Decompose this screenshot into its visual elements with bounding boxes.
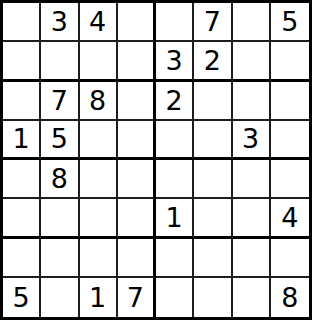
cell-r4c7-given[interactable]: 3 [233, 121, 271, 160]
cell-r2c8-empty[interactable] [271, 42, 309, 81]
cell-r7c5-empty[interactable] [156, 239, 194, 278]
cell-r4c5-empty[interactable] [156, 121, 194, 160]
cell-r8c7-empty[interactable] [233, 278, 271, 317]
sudoku-board: 3475327821538145178 [0, 0, 312, 320]
cell-r7c1-empty[interactable] [3, 239, 41, 278]
cell-r3c6-empty[interactable] [194, 82, 232, 121]
cell-r2c4-empty[interactable] [118, 42, 156, 81]
cell-r5c7-empty[interactable] [233, 160, 271, 199]
cell-r8c2-empty[interactable] [41, 278, 79, 317]
cell-r8c4-given[interactable]: 7 [118, 278, 156, 317]
cell-r6c8-given[interactable]: 4 [271, 199, 309, 238]
cell-r5c5-empty[interactable] [156, 160, 194, 199]
cell-r3c2-given[interactable]: 7 [41, 82, 79, 121]
cell-r7c7-empty[interactable] [233, 239, 271, 278]
cell-r5c6-empty[interactable] [194, 160, 232, 199]
cell-r1c2-given[interactable]: 3 [41, 3, 79, 42]
cell-r8c1-given[interactable]: 5 [3, 278, 41, 317]
cell-r6c1-empty[interactable] [3, 199, 41, 238]
cell-r2c6-given[interactable]: 2 [194, 42, 232, 81]
cell-r8c6-empty[interactable] [194, 278, 232, 317]
cell-r6c6-empty[interactable] [194, 199, 232, 238]
cell-r4c8-empty[interactable] [271, 121, 309, 160]
cell-r8c5-empty[interactable] [156, 278, 194, 317]
cell-r8c3-given[interactable]: 1 [80, 278, 118, 317]
cell-r6c7-empty[interactable] [233, 199, 271, 238]
cell-r6c3-empty[interactable] [80, 199, 118, 238]
cell-r6c5-given[interactable]: 1 [156, 199, 194, 238]
cell-r4c2-given[interactable]: 5 [41, 121, 79, 160]
cell-r6c4-empty[interactable] [118, 199, 156, 238]
cell-r7c6-empty[interactable] [194, 239, 232, 278]
cell-r5c1-empty[interactable] [3, 160, 41, 199]
cell-r1c7-empty[interactable] [233, 3, 271, 42]
cell-r4c3-empty[interactable] [80, 121, 118, 160]
cell-r2c1-empty[interactable] [3, 42, 41, 81]
cell-r4c6-empty[interactable] [194, 121, 232, 160]
cell-r1c1-empty[interactable] [3, 3, 41, 42]
cell-r3c7-empty[interactable] [233, 82, 271, 121]
cell-r1c8-given[interactable]: 5 [271, 3, 309, 42]
cell-r1c5-empty[interactable] [156, 3, 194, 42]
cell-r8c8-given[interactable]: 8 [271, 278, 309, 317]
cell-r4c1-given[interactable]: 1 [3, 121, 41, 160]
cell-r3c5-given[interactable]: 2 [156, 82, 194, 121]
cell-r3c4-empty[interactable] [118, 82, 156, 121]
cell-r7c8-empty[interactable] [271, 239, 309, 278]
cell-r2c5-given[interactable]: 3 [156, 42, 194, 81]
cell-r3c8-empty[interactable] [271, 82, 309, 121]
cell-r5c4-empty[interactable] [118, 160, 156, 199]
cell-r6c2-empty[interactable] [41, 199, 79, 238]
cell-r3c3-given[interactable]: 8 [80, 82, 118, 121]
cell-r7c3-empty[interactable] [80, 239, 118, 278]
cell-r5c2-given[interactable]: 8 [41, 160, 79, 199]
cell-r5c8-empty[interactable] [271, 160, 309, 199]
cell-r2c3-empty[interactable] [80, 42, 118, 81]
cell-r5c3-empty[interactable] [80, 160, 118, 199]
cell-r7c4-empty[interactable] [118, 239, 156, 278]
cell-r2c2-empty[interactable] [41, 42, 79, 81]
cell-r1c4-empty[interactable] [118, 3, 156, 42]
cell-r1c6-given[interactable]: 7 [194, 3, 232, 42]
cell-r2c7-empty[interactable] [233, 42, 271, 81]
cell-r4c4-empty[interactable] [118, 121, 156, 160]
cell-r3c1-empty[interactable] [3, 82, 41, 121]
cell-r7c2-empty[interactable] [41, 239, 79, 278]
cell-r1c3-given[interactable]: 4 [80, 3, 118, 42]
